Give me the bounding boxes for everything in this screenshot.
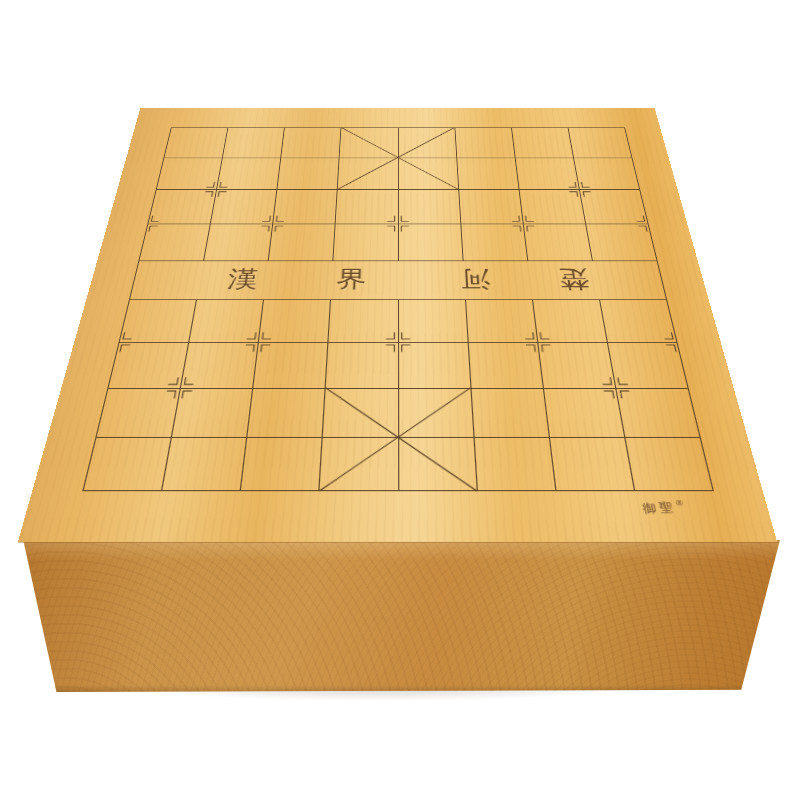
product-photo-scene: 漢 界 河 楚 御聖® xyxy=(0,0,800,800)
point-marker xyxy=(540,332,549,339)
point-marker xyxy=(181,391,191,398)
point-marker xyxy=(275,226,283,232)
point-marker xyxy=(541,345,550,352)
point-marker xyxy=(638,226,647,232)
point-marker xyxy=(525,216,533,221)
point-marker xyxy=(401,332,409,339)
board-front-side xyxy=(20,539,780,692)
river-label-chu-rotated: 楚 xyxy=(557,268,591,291)
point-marker xyxy=(526,226,534,232)
point-marker xyxy=(165,391,175,398)
point-marker xyxy=(262,216,270,221)
point-marker xyxy=(387,226,395,232)
point-marker xyxy=(617,377,627,384)
point-marker xyxy=(385,345,394,352)
river-label-jie: 界 xyxy=(336,268,367,291)
point-marker xyxy=(219,182,227,187)
registered-mark: ® xyxy=(674,499,685,508)
point-marker xyxy=(148,226,157,232)
point-marker xyxy=(581,182,589,187)
point-marker xyxy=(206,182,214,187)
point-marker xyxy=(525,345,534,352)
river-label-han: 漢 xyxy=(226,268,259,291)
point-marker xyxy=(524,332,533,339)
point-marker xyxy=(260,345,269,352)
point-marker xyxy=(246,332,255,339)
point-marker xyxy=(401,216,409,221)
point-marker xyxy=(620,391,630,398)
maker-seal: 御聖® xyxy=(641,498,687,517)
point-marker xyxy=(512,226,520,232)
point-marker xyxy=(119,345,129,352)
point-marker xyxy=(401,226,409,232)
point-marker xyxy=(662,332,672,339)
point-marker xyxy=(151,216,160,221)
board-overlay xyxy=(82,127,714,491)
point-marker xyxy=(168,377,178,384)
maker-seal-text: 御聖 xyxy=(641,500,678,516)
point-marker xyxy=(262,332,271,339)
point-marker xyxy=(567,182,575,187)
point-marker xyxy=(260,226,268,232)
point-marker xyxy=(218,192,226,197)
point-marker xyxy=(635,216,644,221)
point-marker xyxy=(583,192,591,197)
point-marker xyxy=(123,332,133,339)
point-marker xyxy=(603,391,613,398)
point-marker xyxy=(385,332,393,339)
point-marker xyxy=(401,345,410,352)
point-marker xyxy=(387,216,395,221)
river-label-he-rotated: 河 xyxy=(460,268,492,291)
point-marker xyxy=(244,345,253,352)
point-marker xyxy=(276,216,284,221)
point-marker xyxy=(204,192,212,197)
point-marker xyxy=(665,345,675,352)
point-marker xyxy=(184,377,194,384)
point-marker xyxy=(601,377,611,384)
point-marker xyxy=(569,192,577,197)
board-top-surface: 漢 界 河 楚 御聖® xyxy=(18,108,777,542)
point-marker xyxy=(511,216,519,221)
xiangqi-board: 漢 界 河 楚 xyxy=(82,127,714,491)
